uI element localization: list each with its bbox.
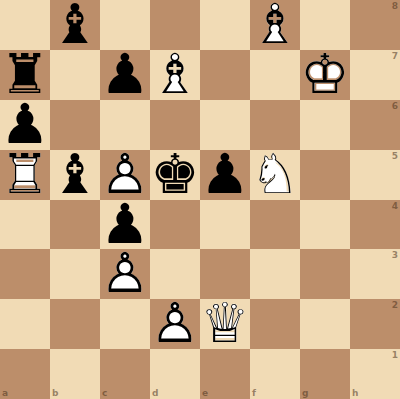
- square-h8[interactable]: 8: [350, 0, 400, 50]
- rank-label-8: 8: [392, 2, 398, 11]
- square-h3[interactable]: 3: [350, 249, 400, 299]
- square-h2[interactable]: 2: [350, 299, 400, 349]
- square-g7[interactable]: ♚♔: [300, 50, 350, 100]
- square-f4[interactable]: [250, 200, 300, 250]
- square-g2[interactable]: [300, 299, 350, 349]
- square-d4[interactable]: [150, 200, 200, 250]
- chess-board: ♝♝♗8♜♟♝♗♚♔7♟6♜♖♝♟♙♚♟♞♘5♟4♟♙3♟♙♛♕2abcdefg…: [0, 0, 400, 399]
- square-f8[interactable]: ♝♗: [250, 0, 300, 50]
- square-a2[interactable]: [0, 299, 50, 349]
- square-c7[interactable]: ♟: [100, 50, 150, 100]
- square-g3[interactable]: [300, 249, 350, 299]
- square-a5[interactable]: ♜♖: [0, 150, 50, 200]
- piece-black-pawn[interactable]: ♟: [200, 150, 250, 200]
- square-f2[interactable]: [250, 299, 300, 349]
- piece-black-king[interactable]: ♚: [150, 150, 200, 200]
- square-h6[interactable]: 6: [350, 100, 400, 150]
- white-queen-icon: ♕: [200, 299, 249, 349]
- rank-label-3: 3: [392, 251, 398, 260]
- piece-white-king[interactable]: ♚♔: [300, 50, 350, 100]
- white-rook-icon: ♖: [0, 150, 49, 200]
- file-label-f: f: [252, 389, 256, 398]
- white-bishop-icon: ♗: [250, 0, 299, 50]
- square-g1[interactable]: g: [300, 349, 350, 399]
- white-pawn-icon: ♙: [100, 249, 149, 299]
- square-e5[interactable]: ♟: [200, 150, 250, 200]
- square-d1[interactable]: d: [150, 349, 200, 399]
- square-b8[interactable]: ♝: [50, 0, 100, 50]
- white-pawn-icon: ♙: [150, 299, 199, 349]
- square-g6[interactable]: [300, 100, 350, 150]
- file-label-h: h: [352, 389, 358, 398]
- rank-label-1: 1: [392, 351, 398, 360]
- piece-white-bishop[interactable]: ♝♗: [150, 50, 200, 100]
- square-h4[interactable]: 4: [350, 200, 400, 250]
- black-pawn-icon: ♟: [100, 50, 149, 100]
- square-b5[interactable]: ♝: [50, 150, 100, 200]
- square-f7[interactable]: [250, 50, 300, 100]
- chess-board-container: ♝♝♗8♜♟♝♗♚♔7♟6♜♖♝♟♙♚♟♞♘5♟4♟♙3♟♙♛♕2abcdefg…: [0, 0, 400, 399]
- piece-white-rook[interactable]: ♜♖: [0, 150, 50, 200]
- piece-black-bishop[interactable]: ♝: [50, 0, 100, 50]
- black-bishop-icon: ♝: [50, 150, 99, 200]
- square-h7[interactable]: 7: [350, 50, 400, 100]
- black-king-icon: ♚: [150, 150, 199, 200]
- square-d7[interactable]: ♝♗: [150, 50, 200, 100]
- square-g5[interactable]: [300, 150, 350, 200]
- white-bishop-icon: ♗: [150, 50, 199, 100]
- piece-white-pawn[interactable]: ♟♙: [150, 299, 200, 349]
- piece-white-pawn[interactable]: ♟♙: [100, 249, 150, 299]
- square-f1[interactable]: f: [250, 349, 300, 399]
- file-label-a: a: [2, 389, 8, 398]
- square-e8[interactable]: [200, 0, 250, 50]
- square-f3[interactable]: [250, 249, 300, 299]
- square-e1[interactable]: e: [200, 349, 250, 399]
- piece-white-queen[interactable]: ♛♕: [200, 299, 250, 349]
- piece-white-knight[interactable]: ♞♘: [250, 150, 300, 200]
- white-king-icon: ♔: [300, 50, 349, 100]
- square-a1[interactable]: a: [0, 349, 50, 399]
- square-d5[interactable]: ♚: [150, 150, 200, 200]
- square-h1[interactable]: 1h: [350, 349, 400, 399]
- piece-black-pawn[interactable]: ♟: [100, 50, 150, 100]
- square-b7[interactable]: [50, 50, 100, 100]
- black-pawn-icon: ♟: [200, 150, 249, 200]
- square-b2[interactable]: [50, 299, 100, 349]
- rank-label-2: 2: [392, 301, 398, 310]
- piece-black-bishop[interactable]: ♝: [50, 150, 100, 200]
- square-c2[interactable]: [100, 299, 150, 349]
- square-h5[interactable]: 5: [350, 150, 400, 200]
- file-label-g: g: [302, 389, 308, 398]
- square-g4[interactable]: [300, 200, 350, 250]
- white-knight-icon: ♘: [250, 150, 299, 200]
- square-e4[interactable]: [200, 200, 250, 250]
- square-f5[interactable]: ♞♘: [250, 150, 300, 200]
- rank-label-6: 6: [392, 102, 398, 111]
- file-label-c: c: [102, 389, 107, 398]
- square-c1[interactable]: c: [100, 349, 150, 399]
- piece-white-bishop[interactable]: ♝♗: [250, 0, 300, 50]
- square-c3[interactable]: ♟♙: [100, 249, 150, 299]
- square-b1[interactable]: b: [50, 349, 100, 399]
- rank-label-7: 7: [392, 52, 398, 61]
- file-label-e: e: [202, 389, 208, 398]
- square-e2[interactable]: ♛♕: [200, 299, 250, 349]
- square-d2[interactable]: ♟♙: [150, 299, 200, 349]
- black-bishop-icon: ♝: [50, 0, 99, 50]
- file-label-d: d: [152, 389, 158, 398]
- rank-label-4: 4: [392, 202, 398, 211]
- file-label-b: b: [52, 389, 58, 398]
- square-e7[interactable]: [200, 50, 250, 100]
- rank-label-5: 5: [392, 152, 398, 161]
- square-a4[interactable]: [0, 200, 50, 250]
- square-b4[interactable]: [50, 200, 100, 250]
- square-b3[interactable]: [50, 249, 100, 299]
- square-a3[interactable]: [0, 249, 50, 299]
